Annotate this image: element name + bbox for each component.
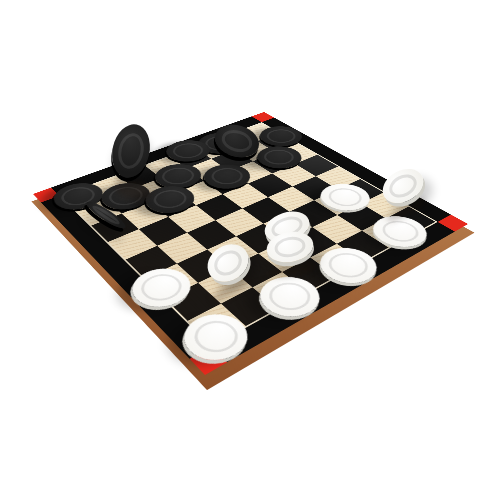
- checker-groove-ring: [186, 315, 246, 359]
- checker-groove-ring: [134, 269, 189, 305]
- red-corner-accent: [252, 112, 275, 122]
- checker-groove-ring: [147, 187, 193, 212]
- checker-groove-ring: [261, 127, 301, 146]
- board-face: [33, 112, 468, 375]
- checker-groove-ring: [258, 147, 300, 168]
- checker-groove-ring: [322, 185, 369, 210]
- checker-groove-ring: [168, 141, 209, 161]
- checker-groove-ring: [321, 249, 375, 283]
- checker-groove-ring: [262, 278, 319, 316]
- checkers-board: [33, 112, 468, 375]
- checker-groove-ring: [205, 165, 249, 188]
- checker-groove-ring: [156, 165, 199, 188]
- product-photo: [0, 0, 500, 500]
